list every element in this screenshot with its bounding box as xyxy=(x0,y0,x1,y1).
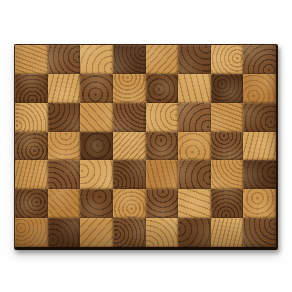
board-square xyxy=(211,218,244,247)
cutting-board xyxy=(14,44,278,250)
board-square xyxy=(211,45,244,74)
board-square xyxy=(48,103,81,132)
board-square xyxy=(113,103,146,132)
board-square xyxy=(178,103,211,132)
photo-background xyxy=(0,0,292,292)
board-square xyxy=(113,45,146,74)
board-square xyxy=(113,74,146,103)
board-square xyxy=(146,189,179,218)
board-square xyxy=(15,74,48,103)
board-square xyxy=(211,74,244,103)
board-square xyxy=(178,160,211,189)
board-square xyxy=(15,189,48,218)
board-square xyxy=(243,45,276,74)
board-square xyxy=(178,218,211,247)
board-square xyxy=(146,160,179,189)
board-square xyxy=(80,74,113,103)
board-square xyxy=(178,74,211,103)
board-square xyxy=(243,218,276,247)
board-square xyxy=(146,103,179,132)
board-square xyxy=(113,160,146,189)
board-square xyxy=(146,74,179,103)
board-square xyxy=(48,160,81,189)
board-square xyxy=(243,103,276,132)
board-square xyxy=(80,189,113,218)
board-square xyxy=(15,160,48,189)
board-square xyxy=(243,74,276,103)
board-square xyxy=(80,45,113,74)
board-square xyxy=(211,160,244,189)
board-square xyxy=(80,132,113,161)
board-square xyxy=(113,218,146,247)
board-square xyxy=(15,103,48,132)
board-square xyxy=(113,189,146,218)
board-square xyxy=(146,218,179,247)
board-square xyxy=(48,132,81,161)
board-square xyxy=(178,45,211,74)
board-square xyxy=(80,103,113,132)
board-square xyxy=(178,132,211,161)
board-square xyxy=(15,132,48,161)
board-square xyxy=(48,218,81,247)
board-square xyxy=(211,189,244,218)
board-square xyxy=(243,160,276,189)
board-square xyxy=(146,45,179,74)
board-square xyxy=(48,189,81,218)
board-square xyxy=(48,74,81,103)
board-square xyxy=(80,218,113,247)
board-square xyxy=(211,103,244,132)
board-square xyxy=(243,189,276,218)
board-square xyxy=(15,218,48,247)
board-square xyxy=(211,132,244,161)
board-square xyxy=(15,45,48,74)
board-square xyxy=(113,132,146,161)
board-square xyxy=(48,45,81,74)
board-square xyxy=(243,132,276,161)
board-square xyxy=(80,160,113,189)
board-square xyxy=(178,189,211,218)
board-square xyxy=(146,132,179,161)
